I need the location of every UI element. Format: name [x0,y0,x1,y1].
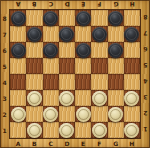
square-a1[interactable] [10,122,26,138]
black-man-piece[interactable]: ⛂ [11,43,26,58]
square-e3[interactable] [75,90,91,106]
square-d2[interactable] [59,106,75,122]
black-man-piece[interactable]: ⛂ [43,43,58,58]
square-f2[interactable] [91,106,107,122]
file-label-bottom-h: H [124,139,140,148]
white-man-piece[interactable]: ⛀ [92,123,107,138]
rank-label-right-8: 8 [141,10,150,26]
file-label-bottom-b: B [26,139,42,148]
square-a6[interactable]: ⛂ [10,42,26,58]
black-man-piece[interactable]: ⛂ [124,27,139,42]
square-c3[interactable] [43,90,59,106]
square-h2[interactable] [124,106,140,122]
square-e5[interactable] [75,58,91,74]
black-man-piece[interactable]: ⛂ [92,27,107,42]
file-label-top-c: C [43,0,59,9]
file-labels-bottom: ABCDEFGH [10,139,140,148]
rank-label-right-6: 6 [141,42,150,58]
square-d1[interactable]: ⛀ [59,122,75,138]
white-man-piece[interactable]: ⛀ [27,91,42,106]
white-man-piece[interactable]: ⛀ [92,91,107,106]
rank-label-left-4: 4 [0,74,9,90]
square-d3[interactable]: ⛀ [59,90,75,106]
black-man-piece[interactable]: ⛂ [43,11,58,26]
rank-label-right-3: 3 [141,90,150,106]
rank-label-left-1: 1 [0,122,9,138]
rank-label-right-1: 1 [141,122,150,138]
square-g7[interactable] [108,26,124,42]
square-d7[interactable]: ⛂ [59,26,75,42]
square-b7[interactable]: ⛂ [26,26,42,42]
rank-label-right-4: 4 [141,74,150,90]
file-label-top-g: G [108,0,124,9]
square-a5[interactable] [10,58,26,74]
file-label-top-h: H [124,0,140,9]
file-label-top-f: F [91,0,107,9]
square-h3[interactable]: ⛀ [124,90,140,106]
square-f7[interactable]: ⛂ [91,26,107,42]
square-b4[interactable] [26,74,42,90]
black-man-piece[interactable]: ⛂ [76,11,91,26]
square-g5[interactable] [108,58,124,74]
rank-label-left-6: 6 [0,42,9,58]
rank-label-left-5: 5 [0,58,9,74]
white-man-piece[interactable]: ⛀ [124,91,139,106]
black-man-piece[interactable]: ⛂ [108,11,123,26]
square-a3[interactable] [10,90,26,106]
square-e6[interactable]: ⛂ [75,42,91,58]
square-h1[interactable]: ⛀ [124,122,140,138]
square-e8[interactable]: ⛂ [75,10,91,26]
white-man-piece[interactable]: ⛀ [43,107,58,122]
square-h6[interactable] [124,42,140,58]
rank-label-left-8: 8 [0,10,9,26]
square-f4[interactable] [91,74,107,90]
white-man-piece[interactable]: ⛀ [27,123,42,138]
square-b5[interactable] [26,58,42,74]
square-c4[interactable] [43,74,59,90]
square-b2[interactable] [26,106,42,122]
square-e1[interactable] [75,122,91,138]
square-a2[interactable]: ⛀ [10,106,26,122]
square-e7[interactable] [75,26,91,42]
square-g6[interactable]: ⛂ [108,42,124,58]
square-c2[interactable]: ⛀ [43,106,59,122]
square-c1[interactable] [43,122,59,138]
file-label-top-e: E [75,0,91,9]
file-labels-top: ABCDEFGH [10,0,140,9]
file-label-bottom-d: D [59,139,75,148]
file-label-bottom-f: F [91,139,107,148]
square-d4[interactable] [59,74,75,90]
white-man-piece[interactable]: ⛀ [108,107,123,122]
file-label-top-a: A [10,0,26,9]
rank-label-right-5: 5 [141,58,150,74]
file-label-bottom-e: E [75,139,91,148]
black-man-piece[interactable]: ⛂ [27,27,42,42]
square-d8[interactable] [59,10,75,26]
square-h4[interactable] [124,74,140,90]
square-b3[interactable]: ⛀ [26,90,42,106]
square-e4[interactable] [75,74,91,90]
square-f3[interactable]: ⛀ [91,90,107,106]
square-g8[interactable]: ⛂ [108,10,124,26]
square-a8[interactable]: ⛂ [10,10,26,26]
square-f5[interactable] [91,58,107,74]
square-b8[interactable] [26,10,42,26]
square-a4[interactable] [10,74,26,90]
rank-labels-left: 87654321 [0,10,9,138]
rank-label-left-3: 3 [0,90,9,106]
white-man-piece[interactable]: ⛀ [11,107,26,122]
checkers-board: ⛂⛂⛂⛂⛂⛂⛂⛂⛂⛂⛂⛂⛀⛀⛀⛀⛀⛀⛀⛀⛀⛀⛀⛀ [9,9,141,139]
square-e2[interactable]: ⛀ [75,106,91,122]
square-c8[interactable]: ⛂ [43,10,59,26]
square-b6[interactable] [26,42,42,58]
rank-label-right-2: 2 [141,106,150,122]
file-label-bottom-c: C [43,139,59,148]
square-f8[interactable] [91,10,107,26]
rank-labels-right: 87654321 [141,10,150,138]
rank-label-right-7: 7 [141,26,150,42]
square-g2[interactable]: ⛀ [108,106,124,122]
file-label-top-b: B [26,0,42,9]
square-h5[interactable] [124,58,140,74]
square-a7[interactable] [10,26,26,42]
checkers-board-frame: ABCDEFGH ABCDEFGH 87654321 87654321 ⛂⛂⛂⛂… [0,0,150,148]
square-d5[interactable] [59,58,75,74]
square-h7[interactable]: ⛂ [124,26,140,42]
square-c7[interactable] [43,26,59,42]
rank-label-left-2: 2 [0,106,9,122]
square-d6[interactable] [59,42,75,58]
square-b1[interactable]: ⛀ [26,122,42,138]
square-c6[interactable]: ⛂ [43,42,59,58]
rank-label-left-7: 7 [0,26,9,42]
square-g1[interactable] [108,122,124,138]
black-man-piece[interactable]: ⛂ [59,27,74,42]
white-man-piece[interactable]: ⛀ [59,123,74,138]
square-f1[interactable]: ⛀ [91,122,107,138]
file-label-bottom-a: A [10,139,26,148]
file-label-top-d: D [59,0,75,9]
square-c5[interactable] [43,58,59,74]
white-man-piece[interactable]: ⛀ [76,107,91,122]
square-f6[interactable] [91,42,107,58]
square-g4[interactable] [108,74,124,90]
square-h8[interactable] [124,10,140,26]
black-man-piece[interactable]: ⛂ [108,43,123,58]
white-man-piece[interactable]: ⛀ [59,91,74,106]
file-label-bottom-g: G [108,139,124,148]
black-man-piece[interactable]: ⛂ [11,11,26,26]
black-man-piece[interactable]: ⛂ [76,43,91,58]
white-man-piece[interactable]: ⛀ [124,123,139,138]
square-g3[interactable] [108,90,124,106]
